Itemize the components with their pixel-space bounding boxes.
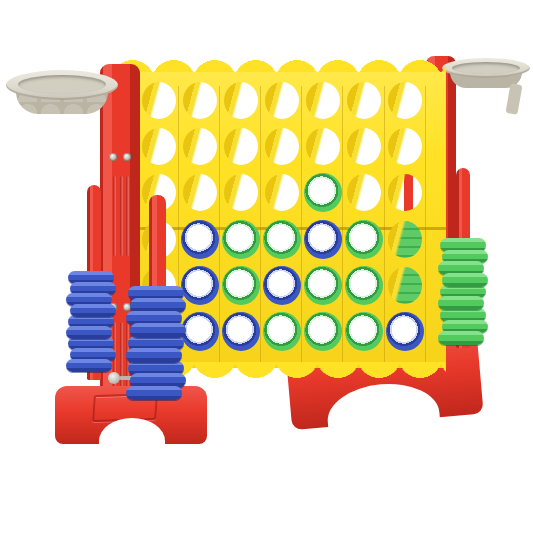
blue-ring[interactable] xyxy=(126,386,182,400)
board-cell-r2c3[interactable] xyxy=(220,123,261,169)
blue-disc[interactable] xyxy=(222,312,260,351)
empty-hole xyxy=(265,174,299,211)
board-cell-r3c5[interactable] xyxy=(303,170,344,216)
board-cell-r1c6[interactable] xyxy=(344,77,385,123)
green-disc[interactable] xyxy=(345,266,383,305)
green-disc[interactable] xyxy=(222,266,260,305)
empty-hole xyxy=(224,174,258,211)
empty-hole xyxy=(183,174,217,211)
left-disc-tray xyxy=(6,70,118,118)
blue-disc[interactable] xyxy=(263,266,301,305)
board-cell-r1c5[interactable] xyxy=(303,77,344,123)
board-cell-r3c6[interactable] xyxy=(344,170,385,216)
board-cell-r4c6[interactable] xyxy=(344,216,385,262)
post-grooves-upper xyxy=(113,176,129,256)
board-cell-r4c2[interactable] xyxy=(179,216,220,262)
empty-hole xyxy=(388,128,422,165)
empty-hole xyxy=(224,82,258,119)
board-cell-r1c7[interactable] xyxy=(385,77,426,123)
board-cell-r3c7[interactable] xyxy=(385,170,426,216)
board-cell-r3c3[interactable] xyxy=(220,170,261,216)
board-cell-r2c1[interactable] xyxy=(138,123,179,169)
board-cell-r6c3[interactable] xyxy=(220,309,261,355)
board-cell-r1c1[interactable] xyxy=(138,77,179,123)
blue-disc[interactable] xyxy=(386,312,424,351)
empty-hole xyxy=(183,128,217,165)
ring-toss-peg-left-front[interactable] xyxy=(128,195,184,400)
empty-hole-green-rings-behind xyxy=(388,221,422,258)
green-disc[interactable] xyxy=(304,266,342,305)
blue-ring[interactable] xyxy=(70,304,116,317)
ring-toss-peg-left-rear[interactable] xyxy=(68,185,114,380)
board-cell-r2c7[interactable] xyxy=(385,123,426,169)
blue-disc[interactable] xyxy=(181,266,219,305)
board-cell-r2c6[interactable] xyxy=(344,123,385,169)
blue-ring[interactable] xyxy=(130,323,186,337)
green-disc[interactable] xyxy=(222,220,260,259)
empty-hole xyxy=(224,128,258,165)
board-cell-r6c5[interactable] xyxy=(303,309,344,355)
green-disc[interactable] xyxy=(304,312,342,351)
empty-hole xyxy=(306,82,340,119)
blue-ring-stack[interactable] xyxy=(128,288,184,400)
screw-icon xyxy=(109,153,117,161)
board-cell-r6c6[interactable] xyxy=(344,309,385,355)
connect-four-product-scene xyxy=(0,0,533,533)
green-ring[interactable] xyxy=(442,273,488,287)
board-cell-r4c3[interactable] xyxy=(220,216,261,262)
empty-hole xyxy=(306,128,340,165)
empty-hole xyxy=(347,82,381,119)
board-cell-r5c5[interactable] xyxy=(303,262,344,308)
board-cell-r5c7[interactable] xyxy=(385,262,426,308)
green-disc[interactable] xyxy=(263,220,301,259)
board-cell-r2c5[interactable] xyxy=(303,123,344,169)
green-disc[interactable] xyxy=(263,312,301,351)
board-cell-r2c4[interactable] xyxy=(261,123,302,169)
empty-hole xyxy=(347,174,381,211)
board-cell-r4c7[interactable] xyxy=(385,216,426,262)
board-cell-r4c4[interactable] xyxy=(261,216,302,262)
blue-disc[interactable] xyxy=(304,220,342,259)
green-ring[interactable] xyxy=(438,331,484,345)
left-tray-inner xyxy=(18,75,106,94)
board-cell-r5c4[interactable] xyxy=(261,262,302,308)
blue-ring-stack[interactable] xyxy=(68,273,114,372)
empty-hole xyxy=(142,82,176,119)
empty-hole-red-pole-behind xyxy=(388,174,422,211)
green-ring[interactable] xyxy=(438,296,484,310)
empty-hole-green-rings-behind xyxy=(388,267,422,304)
green-disc[interactable] xyxy=(345,220,383,259)
empty-hole xyxy=(265,128,299,165)
empty-hole xyxy=(183,82,217,119)
board-cell-r5c6[interactable] xyxy=(344,262,385,308)
green-ring-stack[interactable] xyxy=(440,240,486,345)
green-disc[interactable] xyxy=(304,173,342,212)
empty-hole xyxy=(347,128,381,165)
board-cell-r3c4[interactable] xyxy=(261,170,302,216)
board-cell-r4c5[interactable] xyxy=(303,216,344,262)
blue-ring[interactable] xyxy=(66,359,112,372)
blue-ring[interactable] xyxy=(66,326,112,339)
empty-hole xyxy=(142,128,176,165)
board-cell-r5c3[interactable] xyxy=(220,262,261,308)
screw-icon xyxy=(123,153,131,161)
blue-disc[interactable] xyxy=(181,312,219,351)
empty-hole xyxy=(265,82,299,119)
empty-hole xyxy=(388,82,422,119)
board-cell-r1c3[interactable] xyxy=(220,77,261,123)
blue-ring[interactable] xyxy=(126,348,182,362)
board-cell-r1c4[interactable] xyxy=(261,77,302,123)
blue-disc[interactable] xyxy=(181,220,219,259)
right-tray-inner xyxy=(452,62,520,74)
board-cell-r1c2[interactable] xyxy=(179,77,220,123)
green-disc[interactable] xyxy=(345,312,383,351)
board-cell-r3c2[interactable] xyxy=(179,170,220,216)
board-cell-r6c7[interactable] xyxy=(385,309,426,355)
board-cell-r2c2[interactable] xyxy=(179,123,220,169)
board-cell-r6c4[interactable] xyxy=(261,309,302,355)
ring-toss-peg-right[interactable] xyxy=(440,168,486,348)
